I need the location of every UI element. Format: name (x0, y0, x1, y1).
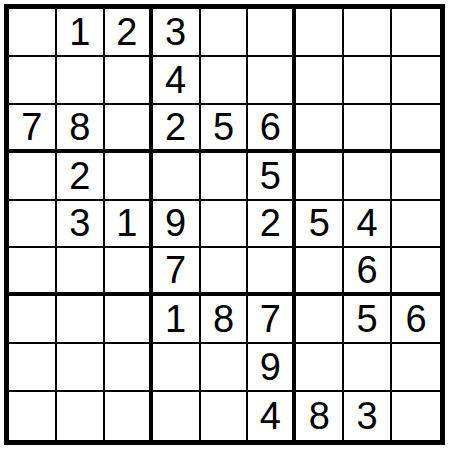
cell-r1c3[interactable]: 2 (105, 9, 153, 57)
cell-r9c5[interactable] (201, 392, 249, 440)
cell-r4c9[interactable] (392, 153, 440, 201)
cell-r9c2[interactable] (57, 392, 105, 440)
cell-r2c1[interactable] (9, 57, 57, 105)
cell-r6c4[interactable]: 7 (153, 248, 201, 296)
cell-r6c6[interactable] (248, 248, 296, 296)
cell-r4c6[interactable]: 5 (248, 153, 296, 201)
cell-r3c4[interactable]: 2 (153, 105, 201, 153)
cell-r1c4[interactable]: 3 (153, 9, 201, 57)
cell-r5c7[interactable]: 5 (296, 201, 344, 249)
cell-r3c1[interactable]: 7 (9, 105, 57, 153)
cell-r1c1[interactable] (9, 9, 57, 57)
cell-r5c5[interactable] (201, 201, 249, 249)
cell-r7c3[interactable] (105, 296, 153, 344)
cell-r1c7[interactable] (296, 9, 344, 57)
cell-r1c9[interactable] (392, 9, 440, 57)
cell-r6c2[interactable] (57, 248, 105, 296)
cell-r5c4[interactable]: 9 (153, 201, 201, 249)
cell-r4c4[interactable] (153, 153, 201, 201)
cell-r7c2[interactable] (57, 296, 105, 344)
cell-r6c5[interactable] (201, 248, 249, 296)
cell-r4c1[interactable] (9, 153, 57, 201)
cell-r2c6[interactable] (248, 57, 296, 105)
cell-r2c2[interactable] (57, 57, 105, 105)
cell-r7c5[interactable]: 8 (201, 296, 249, 344)
cell-r6c1[interactable] (9, 248, 57, 296)
cell-r4c2[interactable]: 2 (57, 153, 105, 201)
cell-r3c2[interactable]: 8 (57, 105, 105, 153)
cell-r4c8[interactable] (344, 153, 392, 201)
cell-r5c9[interactable] (392, 201, 440, 249)
cell-r8c7[interactable] (296, 344, 344, 392)
cell-r5c1[interactable] (9, 201, 57, 249)
cell-r8c3[interactable] (105, 344, 153, 392)
cell-r7c7[interactable] (296, 296, 344, 344)
cell-r3c9[interactable] (392, 105, 440, 153)
cell-r1c2[interactable]: 1 (57, 9, 105, 57)
cell-r3c3[interactable] (105, 105, 153, 153)
cell-r3c7[interactable] (296, 105, 344, 153)
cell-r7c8[interactable]: 5 (344, 296, 392, 344)
cell-r6c9[interactable] (392, 248, 440, 296)
cell-r3c5[interactable]: 5 (201, 105, 249, 153)
cell-r9c4[interactable] (153, 392, 201, 440)
cell-r6c7[interactable] (296, 248, 344, 296)
cell-r2c3[interactable] (105, 57, 153, 105)
cell-r9c8[interactable]: 3 (344, 392, 392, 440)
cell-r8c4[interactable] (153, 344, 201, 392)
cell-r3c8[interactable] (344, 105, 392, 153)
cell-r4c3[interactable] (105, 153, 153, 201)
cell-r5c6[interactable]: 2 (248, 201, 296, 249)
sudoku-page: 1234782562531925476187569483 (0, 0, 450, 450)
cell-r2c7[interactable] (296, 57, 344, 105)
cell-r2c8[interactable] (344, 57, 392, 105)
cell-r6c8[interactable]: 6 (344, 248, 392, 296)
cell-r9c7[interactable]: 8 (296, 392, 344, 440)
cell-r7c9[interactable]: 6 (392, 296, 440, 344)
cell-r1c5[interactable] (201, 9, 249, 57)
cell-r5c3[interactable]: 1 (105, 201, 153, 249)
cell-r5c8[interactable]: 4 (344, 201, 392, 249)
cell-r7c1[interactable] (9, 296, 57, 344)
cell-r8c2[interactable] (57, 344, 105, 392)
cell-r9c6[interactable]: 4 (248, 392, 296, 440)
cell-r2c9[interactable] (392, 57, 440, 105)
cell-r4c5[interactable] (201, 153, 249, 201)
cell-r1c6[interactable] (248, 9, 296, 57)
cell-r8c9[interactable] (392, 344, 440, 392)
cell-r7c4[interactable]: 1 (153, 296, 201, 344)
cell-r8c5[interactable] (201, 344, 249, 392)
cell-r3c6[interactable]: 6 (248, 105, 296, 153)
cell-r1c8[interactable] (344, 9, 392, 57)
cell-r6c3[interactable] (105, 248, 153, 296)
cell-r9c9[interactable] (392, 392, 440, 440)
cell-r2c5[interactable] (201, 57, 249, 105)
cell-r8c1[interactable] (9, 344, 57, 392)
cell-r4c7[interactable] (296, 153, 344, 201)
cell-r8c6[interactable]: 9 (248, 344, 296, 392)
cell-r2c4[interactable]: 4 (153, 57, 201, 105)
cell-r9c1[interactable] (9, 392, 57, 440)
cell-r8c8[interactable] (344, 344, 392, 392)
cell-r5c2[interactable]: 3 (57, 201, 105, 249)
sudoku-board: 1234782562531925476187569483 (4, 4, 445, 445)
cell-r9c3[interactable] (105, 392, 153, 440)
cell-r7c6[interactable]: 7 (248, 296, 296, 344)
